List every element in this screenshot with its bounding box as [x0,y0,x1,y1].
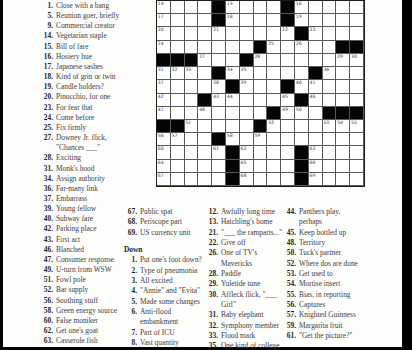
clue-number: 8. [124,338,137,348]
grid-cell[interactable]: 35 [240,67,254,80]
grid-cell[interactable] [254,94,268,107]
grid-cell[interactable] [212,120,226,133]
grid-cell[interactable] [350,27,364,40]
grid-cell[interactable] [226,27,240,40]
grid-cell[interactable]: 51 [185,120,199,133]
clue-line: 56.Soothing stuff [40,296,119,306]
clue-line: 44.Panthers play, [283,207,358,217]
grid-cell[interactable] [281,41,295,54]
cell-number: 66 [310,160,316,165]
grid-cell[interactable] [323,133,337,146]
cell-number: 23 [310,27,316,32]
grid-cell[interactable] [185,160,199,173]
grid-cell[interactable] [281,54,295,67]
grid-cell[interactable]: 44 [226,94,240,107]
clue-line: 35.One kind of college [205,341,282,350]
cell-number: 17 [158,14,164,19]
clue-line: 30.Affleck flick, "___ [205,290,282,300]
clue-number: 5. [40,11,53,21]
grid-cell[interactable] [281,120,295,133]
cell-number: 57 [172,133,178,138]
grid-cell[interactable]: 25 [267,41,281,54]
clue-line: 18.Kind of grin or twin [40,72,119,82]
grid-cell[interactable] [171,107,185,120]
grid-cell[interactable] [171,94,185,107]
grid-cell[interactable]: 42 [157,94,171,107]
clue-line: 29.Yuletide tune [205,279,282,289]
grid-cell[interactable]: 60 [157,146,171,159]
grid-cell[interactable]: 22 [281,27,295,40]
cell-number: 44 [227,94,233,99]
clue-number: 30. [205,290,218,300]
grid-cell[interactable] [309,14,323,27]
grid-cell[interactable] [171,27,185,40]
grid-cell[interactable]: 20 [157,27,171,40]
grid-cell[interactable] [212,41,226,54]
cell-number: 58 [227,133,233,138]
black-cell [295,27,309,40]
down-clues-column-2: 44.Panthers play,perhaps45.Keep bottled … [283,207,358,341]
grid-cell[interactable] [336,160,350,173]
cell-number: 26 [296,41,302,46]
grid-cell[interactable]: 29 [336,54,350,67]
grid-cell[interactable] [281,160,295,173]
clue-line: 33.Flood mark [205,331,282,341]
black-cell [281,14,295,27]
grid-cell[interactable] [295,120,309,133]
black-cell [295,94,309,107]
grid-cell[interactable] [185,107,199,120]
grid-cell[interactable] [198,160,212,173]
clue-number: 27. [40,133,53,143]
cell-number: 24 [158,41,164,46]
clue-number: 28. [205,269,218,279]
grid-cell[interactable] [350,14,364,27]
clue-line: 24.Come before [40,113,119,123]
grid-cell[interactable]: 28 [254,54,268,67]
grid-cell[interactable] [185,14,199,27]
clue-line: 67.Public spat [124,207,202,217]
clue-number: 29. [205,279,218,289]
clue-number: 19. [40,82,53,92]
cell-number: 34 [227,67,233,72]
clue-line: 46.Blanched [40,245,119,255]
grid-cell[interactable]: 46 [309,94,323,107]
grid-cell[interactable] [323,80,337,93]
down-section-heading: Down [124,245,202,255]
grid-cell[interactable]: 65 [240,160,254,173]
clue-number: 47. [40,255,53,265]
grid-cell[interactable] [185,41,199,54]
grid-cell[interactable] [198,80,212,93]
grid-cell[interactable] [267,67,281,80]
clue-number: 58. [40,306,53,316]
grid-cell[interactable] [240,120,254,133]
clue-line: 49.U-turn from WSW [40,265,119,275]
cell-number: 30 [351,54,357,59]
grid-cell[interactable] [267,27,281,40]
grid-cell[interactable] [185,94,199,107]
grid-cell[interactable] [267,133,281,146]
clue-number: 52. [40,285,53,295]
cell-number: 60 [158,146,164,151]
grid-cell[interactable] [212,160,226,173]
grid-cell[interactable]: 36 [323,67,337,80]
grid-cell[interactable] [309,133,323,146]
clue-line: 31.Monk's hood [40,164,119,174]
grid-cell[interactable] [226,54,240,67]
grid-cell[interactable] [171,1,185,14]
grid-cell[interactable] [267,1,281,14]
grid-cell[interactable] [350,94,364,107]
black-cell [212,14,226,27]
cell-number: 50 [296,107,302,112]
grid-cell[interactable]: 43 [212,94,226,107]
grid-cell[interactable] [323,1,337,14]
clue-line: 60.False moniker [40,316,119,326]
black-cell [267,107,281,120]
grid-cell[interactable] [336,1,350,14]
grid-cell[interactable] [240,41,254,54]
grid-cell[interactable] [185,173,199,186]
cell-number: 25 [268,41,274,46]
clue-number: 20. [40,92,53,102]
grid-cell[interactable]: 48 [198,107,212,120]
grid-cell[interactable]: 40 [295,80,309,93]
grid-cell[interactable] [171,80,185,93]
grid-cell[interactable]: 55 [350,120,364,133]
clue-number: 1. [124,255,137,265]
grid-cell[interactable]: 61 [212,146,226,159]
clue-line: 32.Symphony member [205,321,282,331]
grid-cell[interactable] [295,67,309,80]
clue-number: 54. [283,279,296,289]
black-cell [336,107,350,120]
grid-cell[interactable] [336,94,350,107]
black-cell [212,133,226,146]
grid-cell[interactable] [171,14,185,27]
black-cell [240,54,254,67]
clue-number: 51. [40,275,53,285]
grid-cell[interactable] [240,94,254,107]
grid-cell[interactable] [267,94,281,107]
grid-cell[interactable]: 16 [295,1,309,14]
black-cell [323,107,337,120]
grid-cell[interactable]: 34 [226,67,240,80]
clue-number: 63. [40,336,53,346]
grid-cell[interactable]: 47 [157,107,171,120]
grid-cell[interactable] [267,54,281,67]
grid-cell[interactable] [240,107,254,120]
black-cell [185,54,199,67]
cell-number: 29 [337,54,343,59]
cell-number: 35 [241,67,247,72]
clue-line: 57.Knighted Guinness [283,310,358,320]
clue-line: 26.One of TV's [205,248,282,258]
black-cell [226,146,240,159]
grid-cell[interactable]: 49 [281,107,295,120]
grid-cell[interactable]: 38 [212,80,226,93]
grid-cell[interactable] [198,41,212,54]
grid-cell[interactable] [185,146,199,159]
clue-number: 32. [205,321,218,331]
cell-number: 55 [351,120,357,125]
grid-cell[interactable] [198,27,212,40]
grid-cell[interactable]: 67 [157,173,171,186]
grid-cell[interactable]: 64 [157,160,171,173]
clue-line: perhaps [283,217,358,227]
clue-line: 37.Embarrass [40,194,119,204]
grid-cell[interactable] [336,146,350,159]
grid-cell[interactable] [240,133,254,146]
grid-cell[interactable] [212,173,226,186]
black-cell [157,54,171,67]
clue-number: 7. [124,328,137,338]
clue-number: 35. [205,341,218,350]
grid-cell[interactable] [240,1,254,14]
grid-cell[interactable] [212,54,226,67]
clue-number: 12. [205,207,218,217]
crossword-page: { "game": "crossword", "puzzle_state": "… [0,0,412,350]
clue-line: 50.Tuck's partner [283,248,358,258]
grid-cell[interactable] [240,14,254,27]
grid-cell[interactable] [198,173,212,186]
grid-cell[interactable] [185,1,199,14]
grid-cell[interactable]: 69 [309,173,323,186]
grid-cell[interactable] [281,173,295,186]
grid-cell[interactable] [254,146,268,159]
black-cell [226,160,240,173]
grid-cell[interactable] [336,14,350,27]
clue-number: 67. [124,207,137,217]
grid-cell[interactable] [323,41,337,54]
clue-number: 2. [124,266,137,276]
cell-number: 65 [241,160,247,165]
grid-cell[interactable]: 59 [254,133,268,146]
cell-number: 46 [310,94,316,99]
grid-cell[interactable]: 18 [226,14,240,27]
grid-cell[interactable] [295,133,309,146]
grid-cell[interactable] [185,80,199,93]
grid-cell[interactable] [198,67,212,80]
grid-cell[interactable]: 62 [240,146,254,159]
grid-cell[interactable] [254,1,268,14]
grid-cell[interactable] [226,120,240,133]
clue-line: 19.Candle holders? [40,82,119,92]
clue-line: 34.Assign authority [40,174,119,184]
grid-cell[interactable]: 21 [212,27,226,40]
grid-cell[interactable] [336,80,350,93]
clue-number: 57. [283,310,296,320]
clue-line: 22.Give off [205,238,282,248]
grid-cell[interactable] [350,67,364,80]
down-clues-column-1: 12.Awfully long time13.Hatchling's home2… [205,207,282,350]
grid-cell[interactable]: 26 [295,41,309,54]
clue-number: 43. [40,235,53,245]
grid-cell[interactable]: 37 [157,80,171,93]
grid-cell[interactable] [198,14,212,27]
clue-line: 51.Fowl pole [40,275,119,285]
grid-cell[interactable] [254,160,268,173]
grid-cell[interactable]: 68 [240,173,254,186]
clue-number: 13. [205,217,218,227]
grid-cell[interactable]: 54 [336,120,350,133]
grid-cell[interactable] [254,80,268,93]
grid-cell[interactable]: 15 [226,1,240,14]
cell-number: 48 [199,107,205,112]
clue-number: 23. [40,103,53,113]
grid-cell[interactable]: 19 [295,14,309,27]
grid-cell[interactable] [226,107,240,120]
clue-number: 40. [40,214,53,224]
clue-line: 69.US currency unit [124,228,202,238]
cell-number: 53 [323,120,329,125]
clue-number: 34. [40,174,53,184]
clue-number: 56. [283,300,296,310]
grid-cell[interactable] [350,173,364,186]
grid-cell[interactable]: 57 [171,133,185,146]
clue-number: 21. [205,228,218,238]
clue-line: 17.Japanese sashes [40,62,119,72]
grid-cell[interactable] [309,120,323,133]
grid-cell[interactable] [254,14,268,27]
clue-line: 12.Awfully long time [205,207,282,217]
grid-cell[interactable] [171,146,185,159]
clue-line: 61."Get the picture?" [283,331,358,341]
black-cell [226,173,240,186]
grid-cell[interactable] [323,146,337,159]
grid-cell[interactable] [323,173,337,186]
grid-cell[interactable] [336,133,350,146]
grid-cell[interactable] [323,14,337,27]
black-cell [281,80,295,93]
grid-cell[interactable]: 14 [157,1,171,14]
grid-cell[interactable] [350,80,364,93]
grid-cell[interactable] [254,173,268,186]
grid-cell[interactable] [267,160,281,173]
grid-cell[interactable] [336,67,350,80]
grid-cell[interactable]: 24 [157,41,171,54]
grid-cell[interactable]: 30 [350,54,364,67]
grid-cell[interactable] [350,146,364,159]
grid-cell[interactable] [309,41,323,54]
grid-cell[interactable]: 52 [267,120,281,133]
black-cell [281,1,295,14]
grid-cell[interactable] [281,146,295,159]
grid-cell[interactable] [171,41,185,54]
screenshot-border-left [0,0,3,350]
black-cell [212,67,226,80]
grid-cell[interactable] [350,133,364,146]
grid-cell[interactable] [323,27,337,40]
grid-cell[interactable]: 63 [309,146,323,159]
clue-line: 63.Casserole fish [40,336,119,346]
grid-cell[interactable] [267,80,281,93]
grid-cell[interactable]: 33 [185,67,199,80]
clue-line: 21."___ the ramparts..." [205,228,282,238]
cell-number: 49 [282,107,288,112]
grid-cell[interactable] [323,54,337,67]
grid-cell[interactable]: 27 [198,54,212,67]
cell-number: 63 [310,146,316,151]
clue-number: 44. [283,207,296,217]
grid-cell[interactable] [309,1,323,14]
grid-cell[interactable]: 31 [157,67,171,80]
grid-cell[interactable] [336,27,350,40]
black-cell [198,94,212,107]
grid-cell[interactable] [295,54,309,67]
grid-cell[interactable]: 58 [226,133,240,146]
cell-number: 56 [158,133,164,138]
grid-cell[interactable] [350,1,364,14]
grid-cell[interactable] [267,173,281,186]
clue-number: 24. [40,113,53,123]
grid-cell[interactable] [240,27,254,40]
cell-number: 33 [185,67,191,72]
clue-line: 48.Territory [283,238,358,248]
grid-cell[interactable]: 50 [295,107,309,120]
grid-cell[interactable] [309,107,323,120]
clue-number: 48. [283,238,296,248]
black-cell [295,173,309,186]
grid-cell[interactable]: 39 [240,80,254,93]
clue-number: 56. [40,296,53,306]
grid-cell[interactable] [171,173,185,186]
grid-cell[interactable] [350,160,364,173]
grid-cell[interactable] [323,160,337,173]
grid-cell[interactable] [198,1,212,14]
grid-cell[interactable]: 17 [157,14,171,27]
cell-number: 67 [158,173,164,178]
cell-number: 38 [213,80,219,85]
grid-cell[interactable] [212,107,226,120]
grid-cell[interactable] [281,133,295,146]
grid-cell[interactable]: 45 [281,94,295,107]
clue-number: 62. [40,326,53,336]
grid-cell[interactable] [171,160,185,173]
grid-cell[interactable] [323,94,337,107]
grid-cell[interactable] [267,14,281,27]
grid-cell[interactable]: 23 [309,27,323,40]
grid-cell[interactable] [198,133,212,146]
grid-cell[interactable]: 32 [171,67,185,80]
grid-cell[interactable] [254,107,268,120]
grid-cell[interactable] [254,67,268,80]
clue-line: 2.Type of pneumonia [124,266,202,276]
grid-cell[interactable] [198,146,212,159]
grid-cell[interactable] [254,27,268,40]
grid-cell[interactable] [198,120,212,133]
clue-line: 6.Anti-flood [124,307,202,317]
grid-cell[interactable] [185,133,199,146]
cell-number: 19 [296,14,302,19]
grid-cell[interactable]: 66 [309,160,323,173]
clue-line: 40.Subway fare [40,214,119,224]
grid-cell[interactable] [185,27,199,40]
clue-line: 23.For fear that [40,103,119,113]
grid-cell[interactable] [336,173,350,186]
grid-cell[interactable] [267,146,281,159]
clue-number: 16. [40,52,53,62]
clue-line: 68.Periscope part [124,217,202,227]
grid-cell[interactable]: 56 [157,133,171,146]
cell-number: 41 [310,80,316,85]
grid-cell[interactable]: 53 [323,120,337,133]
grid-cell[interactable]: 41 [309,80,323,93]
grid-cell[interactable] [309,54,323,67]
grid-cell[interactable] [281,67,295,80]
grid-cell[interactable] [226,41,240,54]
